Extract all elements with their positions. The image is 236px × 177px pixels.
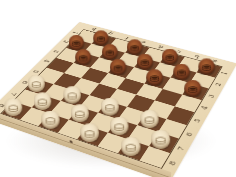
white-draughts-man-glyph: ⛀ — [67, 89, 77, 101]
white-man-f6[interactable]: ⛀ — [63, 86, 80, 103]
black-draughts-man-glyph: ⛂ — [140, 56, 150, 67]
black-draughts-man-glyph: ⛂ — [188, 82, 198, 94]
brown-man-a3[interactable]: ⛂ — [184, 80, 201, 97]
white-draughts-man-glyph: ⛀ — [38, 95, 48, 107]
white-draughts-man-glyph: ⛀ — [45, 113, 56, 126]
white-draughts-man-glyph: ⛀ — [84, 126, 95, 139]
black-draughts-man-glyph: ⛂ — [79, 51, 89, 62]
brown-man-b2[interactable]: ⛂ — [173, 64, 190, 81]
white-draughts-man-glyph: ⛀ — [31, 78, 41, 90]
brown-man-h2[interactable]: ⛂ — [68, 35, 84, 51]
black-draughts-man-glyph: ⛂ — [105, 46, 114, 57]
white-draughts-man-glyph: ⛀ — [75, 107, 86, 120]
product-photo-scene: hgfedcba hgfedcba 12345678 12345678 ⛂⛂⛂⛂… — [0, 0, 236, 177]
brown-man-f2[interactable]: ⛂ — [102, 44, 118, 60]
black-draughts-man-glyph: ⛂ — [202, 61, 212, 73]
black-draughts-man-glyph: ⛂ — [71, 37, 80, 48]
white-man-b8[interactable]: ⛀ — [121, 137, 140, 156]
white-draughts-man-glyph: ⛀ — [8, 101, 19, 114]
white-man-f8[interactable]: ⛀ — [41, 111, 59, 129]
white-draughts-man-glyph: ⛀ — [114, 119, 125, 132]
white-draughts-man-glyph: ⛀ — [144, 113, 155, 126]
black-draughts-man-glyph: ⛂ — [165, 51, 174, 62]
white-draughts-man-glyph: ⛀ — [155, 133, 166, 146]
white-man-a7[interactable]: ⛀ — [151, 130, 170, 149]
black-draughts-man-glyph: ⛂ — [176, 66, 186, 78]
brown-man-d2[interactable]: ⛂ — [136, 54, 152, 70]
white-man-e7[interactable]: ⛀ — [71, 104, 89, 122]
white-man-h8[interactable]: ⛀ — [4, 98, 22, 116]
brown-man-e3[interactable]: ⛂ — [110, 59, 126, 75]
white-man-g7[interactable]: ⛀ — [34, 92, 52, 110]
brown-man-a1[interactable]: ⛂ — [199, 58, 215, 74]
black-draughts-man-glyph: ⛂ — [150, 72, 160, 84]
black-draughts-man-glyph: ⛂ — [97, 33, 106, 44]
white-man-d6[interactable]: ⛀ — [101, 98, 119, 116]
brown-man-e1[interactable]: ⛂ — [127, 39, 143, 55]
white-draughts-man-glyph: ⛀ — [125, 140, 136, 154]
brown-man-g3[interactable]: ⛂ — [75, 49, 91, 65]
brown-man-c1[interactable]: ⛂ — [162, 49, 178, 65]
black-draughts-man-glyph: ⛂ — [114, 61, 124, 73]
white-draughts-man-glyph: ⛀ — [104, 100, 115, 113]
white-man-h6[interactable]: ⛀ — [27, 75, 44, 92]
white-man-c7[interactable]: ⛀ — [110, 117, 129, 136]
black-draughts-man-glyph: ⛂ — [130, 42, 139, 53]
white-man-d8[interactable]: ⛀ — [80, 123, 99, 142]
white-man-b6[interactable]: ⛀ — [140, 110, 158, 128]
brown-man-c3[interactable]: ⛂ — [146, 69, 163, 86]
